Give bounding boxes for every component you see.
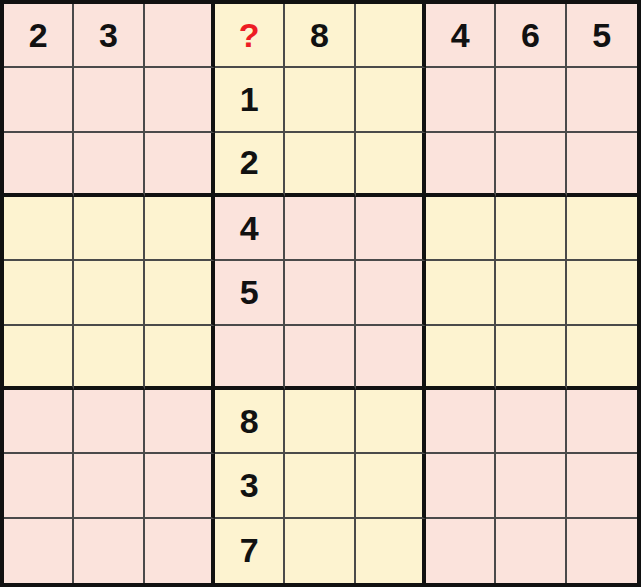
- cell-r4c8[interactable]: [496, 197, 566, 261]
- cell-r6c8[interactable]: [496, 326, 566, 390]
- cell-r1c9: 5: [567, 4, 637, 68]
- cell-r4c7[interactable]: [426, 197, 496, 261]
- cell-r9c4: 7: [215, 519, 285, 583]
- cell-r7c9[interactable]: [567, 390, 637, 454]
- cell-r4c1[interactable]: [4, 197, 74, 261]
- cell-r6c3[interactable]: [145, 326, 215, 390]
- cell-r9c1[interactable]: [4, 519, 74, 583]
- cell-r9c2[interactable]: [74, 519, 144, 583]
- cell-r2c7[interactable]: [426, 68, 496, 132]
- cell-r8c5[interactable]: [285, 454, 355, 518]
- cell-r6c6[interactable]: [356, 326, 426, 390]
- cell-r2c1[interactable]: [4, 68, 74, 132]
- cell-r8c6[interactable]: [356, 454, 426, 518]
- cell-r7c4: 8: [215, 390, 285, 454]
- cell-r9c7[interactable]: [426, 519, 496, 583]
- cell-r2c4: 1: [215, 68, 285, 132]
- cell-r3c8[interactable]: [496, 133, 566, 197]
- cell-r3c6[interactable]: [356, 133, 426, 197]
- cell-r1c2: 3: [74, 4, 144, 68]
- cell-r3c4: 2: [215, 133, 285, 197]
- cell-r4c9[interactable]: [567, 197, 637, 261]
- cell-r6c9[interactable]: [567, 326, 637, 390]
- cell-r6c1[interactable]: [4, 326, 74, 390]
- cell-r1c6[interactable]: [356, 4, 426, 68]
- cell-r2c3[interactable]: [145, 68, 215, 132]
- cell-r9c3[interactable]: [145, 519, 215, 583]
- cell-r4c3[interactable]: [145, 197, 215, 261]
- cell-r3c5[interactable]: [285, 133, 355, 197]
- cell-r6c4[interactable]: [215, 326, 285, 390]
- cell-r4c4: 4: [215, 197, 285, 261]
- cell-r5c6[interactable]: [356, 261, 426, 325]
- cell-r5c7[interactable]: [426, 261, 496, 325]
- cell-r7c2[interactable]: [74, 390, 144, 454]
- cell-r7c5[interactable]: [285, 390, 355, 454]
- cell-r4c6[interactable]: [356, 197, 426, 261]
- cell-r8c7[interactable]: [426, 454, 496, 518]
- cell-r7c3[interactable]: [145, 390, 215, 454]
- cell-r6c5[interactable]: [285, 326, 355, 390]
- cell-r1c5: 8: [285, 4, 355, 68]
- cell-r8c2[interactable]: [74, 454, 144, 518]
- sudoku-board: 23?84651245837: [0, 0, 641, 587]
- cell-r3c1[interactable]: [4, 133, 74, 197]
- cell-r5c2[interactable]: [74, 261, 144, 325]
- cell-r9c8[interactable]: [496, 519, 566, 583]
- cell-r1c3[interactable]: [145, 4, 215, 68]
- cell-r3c9[interactable]: [567, 133, 637, 197]
- cell-r6c2[interactable]: [74, 326, 144, 390]
- cell-r4c5[interactable]: [285, 197, 355, 261]
- cell-r2c2[interactable]: [74, 68, 144, 132]
- cell-r7c8[interactable]: [496, 390, 566, 454]
- cell-r8c9[interactable]: [567, 454, 637, 518]
- cell-r6c7[interactable]: [426, 326, 496, 390]
- cell-r5c8[interactable]: [496, 261, 566, 325]
- cell-r7c7[interactable]: [426, 390, 496, 454]
- cell-r2c8[interactable]: [496, 68, 566, 132]
- cell-r8c8[interactable]: [496, 454, 566, 518]
- cell-r8c1[interactable]: [4, 454, 74, 518]
- cell-r5c4: 5: [215, 261, 285, 325]
- cell-r5c3[interactable]: [145, 261, 215, 325]
- cell-r3c3[interactable]: [145, 133, 215, 197]
- cell-unknown-r1c4[interactable]: ?: [215, 4, 285, 68]
- cell-r8c4: 3: [215, 454, 285, 518]
- cell-r1c1: 2: [4, 4, 74, 68]
- cell-r3c2[interactable]: [74, 133, 144, 197]
- cell-r9c9[interactable]: [567, 519, 637, 583]
- cell-r9c5[interactable]: [285, 519, 355, 583]
- cell-r5c5[interactable]: [285, 261, 355, 325]
- cell-r1c7: 4: [426, 4, 496, 68]
- cell-r1c8: 6: [496, 4, 566, 68]
- cell-r2c5[interactable]: [285, 68, 355, 132]
- cell-r5c1[interactable]: [4, 261, 74, 325]
- cell-r7c1[interactable]: [4, 390, 74, 454]
- cell-r3c7[interactable]: [426, 133, 496, 197]
- cell-r8c3[interactable]: [145, 454, 215, 518]
- cell-r5c9[interactable]: [567, 261, 637, 325]
- cell-r9c6[interactable]: [356, 519, 426, 583]
- cell-r2c6[interactable]: [356, 68, 426, 132]
- cell-r7c6[interactable]: [356, 390, 426, 454]
- cell-r2c9[interactable]: [567, 68, 637, 132]
- cell-r4c2[interactable]: [74, 197, 144, 261]
